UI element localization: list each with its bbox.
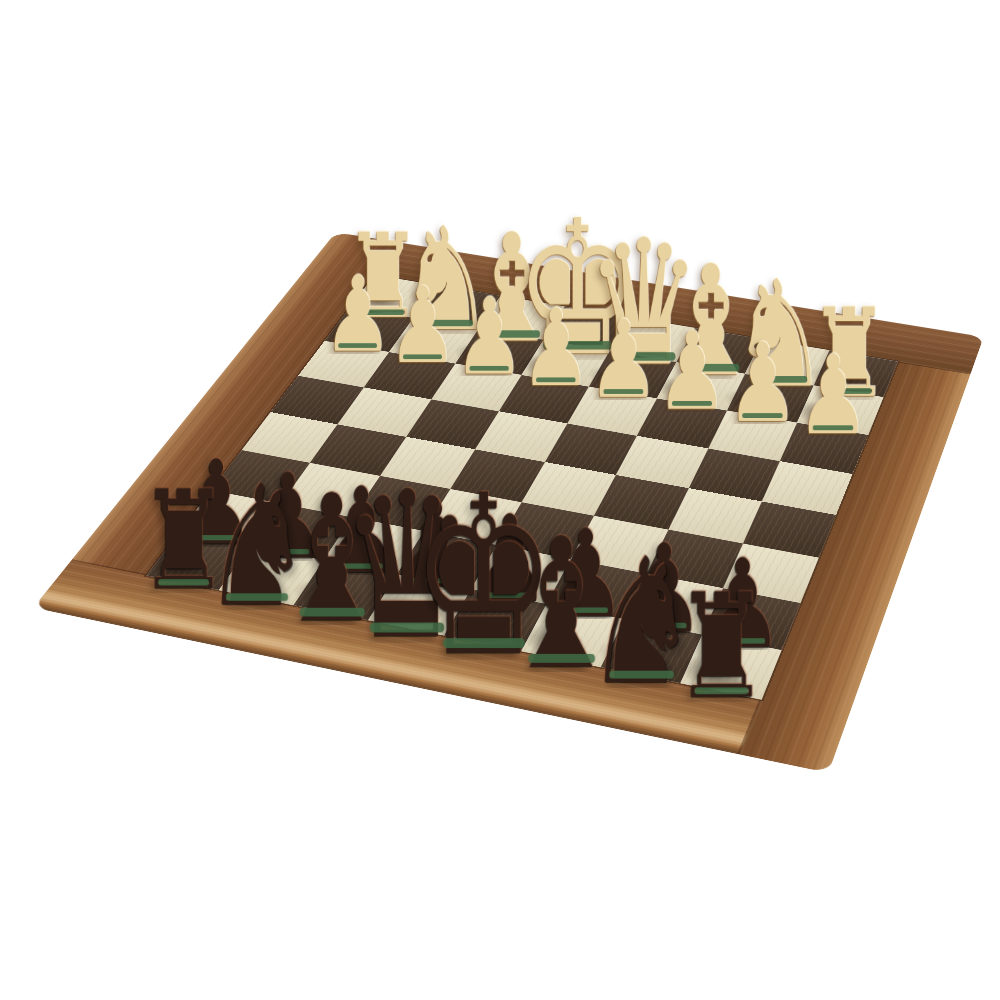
product-photo: ♜♞♝♚♛♝♞♜♟♟♟♟♟♟♟♟♟♟♟♟♟♟♟♟♜♞♝♛♚♝♞♜ xyxy=(0,0,1000,1000)
chess-board: ♜♞♝♚♛♝♞♜♟♟♟♟♟♟♟♟♟♟♟♟♟♟♟♟♜♞♝♛♚♝♞♜ xyxy=(33,232,984,773)
